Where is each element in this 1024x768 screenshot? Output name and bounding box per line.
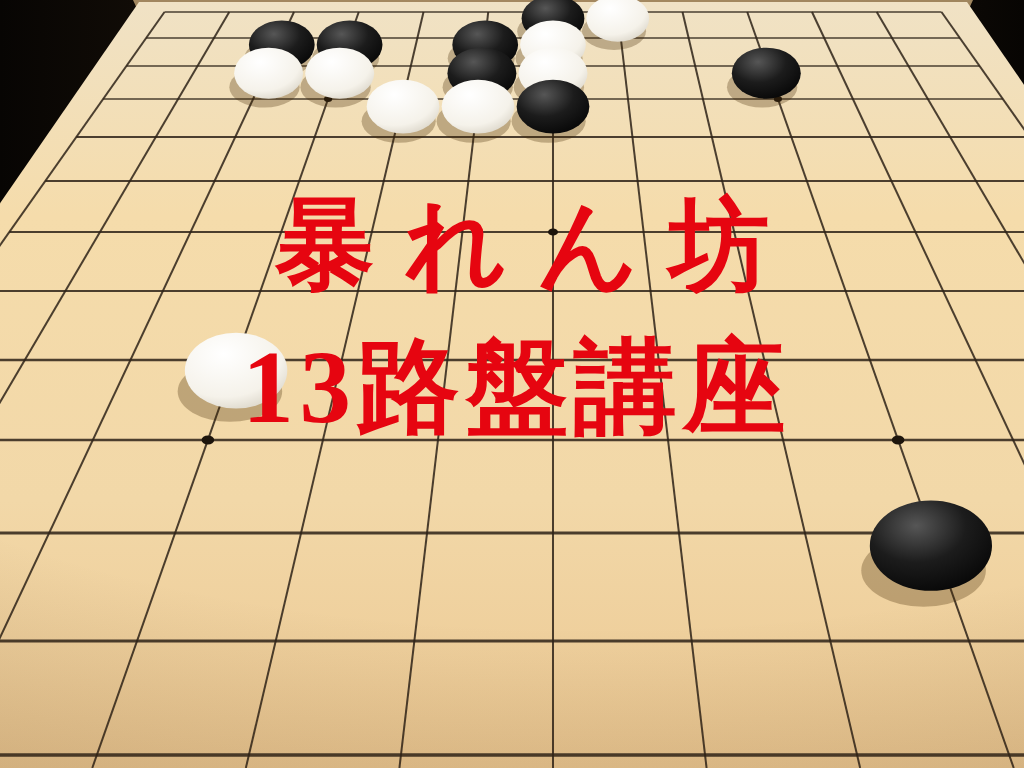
photo-frame: 暴れん坊 13路盤講座 [0, 0, 1024, 768]
stone-white-D11 [305, 48, 374, 99]
stone-white-F10 [442, 80, 515, 134]
stone-black-G10 [517, 80, 590, 134]
go-board-photo [0, 0, 1024, 768]
photo-vignette [0, 2, 1024, 768]
stone-white-C11 [234, 48, 303, 99]
stone-black-K3 [870, 500, 992, 590]
stone-black-K11 [732, 48, 801, 99]
stone-white-D5 [185, 333, 287, 409]
stone-white-E10 [367, 80, 440, 134]
